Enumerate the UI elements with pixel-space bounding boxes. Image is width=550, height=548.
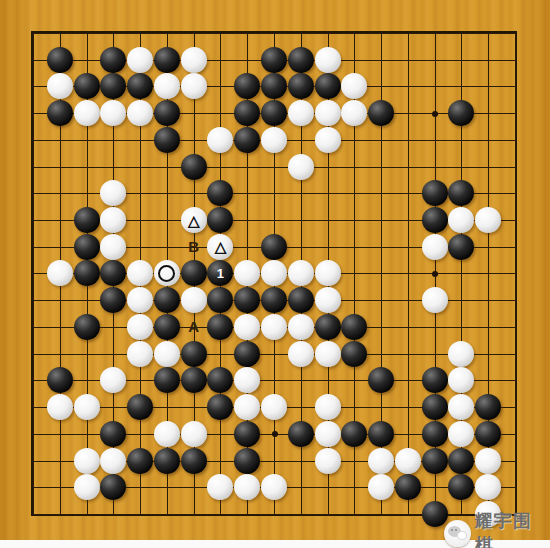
grid-line-h [33, 354, 515, 355]
white-stone [261, 394, 287, 420]
white-stone [181, 207, 207, 233]
black-stone [234, 341, 260, 367]
black-stone [74, 314, 100, 340]
black-stone [422, 394, 448, 420]
white-stone [47, 394, 73, 420]
white-stone [74, 394, 100, 420]
black-stone [288, 287, 314, 313]
white-stone [288, 154, 314, 180]
black-stone [47, 47, 73, 73]
black-stone [288, 421, 314, 447]
black-stone [154, 287, 180, 313]
white-stone [154, 341, 180, 367]
white-stone [315, 394, 341, 420]
black-stone [154, 448, 180, 474]
chat-bubble-small [457, 531, 467, 540]
white-stone [261, 127, 287, 153]
black-stone [154, 127, 180, 153]
white-stone [315, 287, 341, 313]
black-stone [261, 234, 287, 260]
white-stone [100, 234, 126, 260]
black-stone [74, 260, 100, 286]
white-stone [288, 341, 314, 367]
black-stone [315, 314, 341, 340]
white-stone [315, 260, 341, 286]
white-stone [74, 100, 100, 126]
white-stone [315, 448, 341, 474]
white-stone [422, 287, 448, 313]
watermark: 耀宇围棋 [444, 509, 550, 548]
black-stone [181, 260, 207, 286]
black-stone [181, 154, 207, 180]
white-stone [288, 314, 314, 340]
wechat-logo-icon [444, 520, 471, 547]
white-stone [181, 421, 207, 447]
white-stone [127, 47, 153, 73]
white-stone [100, 448, 126, 474]
black-stone [341, 341, 367, 367]
black-stone [395, 474, 421, 500]
white-stone [315, 421, 341, 447]
black-stone [127, 394, 153, 420]
grid-line-v [408, 33, 409, 514]
black-stone [154, 314, 180, 340]
go-board: △△B1A [0, 0, 550, 540]
white-stone [74, 474, 100, 500]
white-stone [127, 341, 153, 367]
black-stone [422, 367, 448, 393]
white-stone [288, 100, 314, 126]
black-stone [422, 448, 448, 474]
black-stone [47, 100, 73, 126]
black-stone [422, 180, 448, 206]
white-stone [368, 448, 394, 474]
black-stone [341, 421, 367, 447]
white-stone [181, 47, 207, 73]
black-stone [261, 47, 287, 73]
white-stone [181, 287, 207, 313]
black-stone [448, 448, 474, 474]
go-diagram: △△B1A 耀宇围棋 [0, 0, 550, 548]
grid-line-v [515, 33, 516, 514]
black-stone [234, 421, 260, 447]
black-stone [100, 421, 126, 447]
black-stone [127, 448, 153, 474]
white-stone [315, 100, 341, 126]
white-stone [74, 448, 100, 474]
black-stone [234, 127, 260, 153]
bubble-eye [455, 529, 457, 531]
black-stone [47, 367, 73, 393]
black-stone [261, 100, 287, 126]
white-stone [395, 448, 421, 474]
star-point [272, 431, 278, 437]
white-stone [448, 341, 474, 367]
black-stone [74, 234, 100, 260]
black-stone [422, 421, 448, 447]
black-stone [154, 47, 180, 73]
black-stone [100, 47, 126, 73]
black-stone [181, 448, 207, 474]
black-stone [315, 73, 341, 99]
black-stone [368, 421, 394, 447]
white-stone [475, 448, 501, 474]
white-stone [181, 73, 207, 99]
black-stone [422, 207, 448, 233]
white-stone [315, 127, 341, 153]
white-stone [127, 314, 153, 340]
white-stone [154, 421, 180, 447]
black-stone [234, 448, 260, 474]
star-point [432, 111, 438, 117]
black-stone [181, 367, 207, 393]
watermark-text: 耀宇围棋 [475, 509, 550, 548]
white-stone [315, 341, 341, 367]
black-stone [288, 47, 314, 73]
black-stone [74, 73, 100, 99]
white-stone [234, 314, 260, 340]
black-stone [181, 341, 207, 367]
black-stone [475, 421, 501, 447]
black-stone [154, 100, 180, 126]
black-stone [74, 207, 100, 233]
bubble-eye [451, 529, 453, 531]
white-stone [261, 314, 287, 340]
white-stone [315, 47, 341, 73]
white-stone [422, 234, 448, 260]
